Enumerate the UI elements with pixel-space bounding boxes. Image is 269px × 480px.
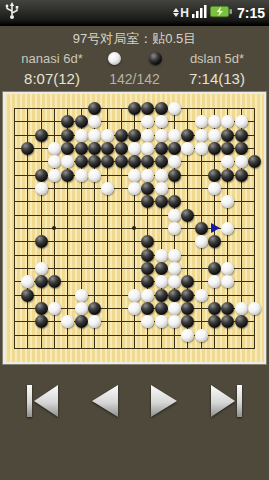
white-stone-icon [108,52,121,65]
black-stone: ● [88,102,101,115]
white-stone: ● [75,302,88,315]
white-stone: ● [141,315,154,328]
white-stone: ● [168,209,181,222]
star-point [52,226,56,230]
signal-strength-icon [192,4,207,22]
black-stone: ● [155,102,168,115]
white-stone: ● [168,222,181,235]
white-stone: ● [155,129,168,142]
black-stone: ● [21,289,34,302]
white-stone: ● [88,169,101,182]
white-stone: ● [221,155,234,168]
black-stone: ● [88,302,101,315]
black-stone: ● [115,129,128,142]
black-stone: ● [155,302,168,315]
black-stone: ● [235,142,248,155]
black-stone: ● [221,142,234,155]
hspa-data-icon: H [173,6,189,20]
black-stone: ● [208,262,221,275]
white-stone: ● [35,262,48,275]
white-stone: ● [235,155,248,168]
black-stone: ● [35,275,48,288]
black-stone: ● [35,302,48,315]
black-stone: ● [141,182,154,195]
white-stone: ● [181,329,194,342]
white-stone: ● [195,289,208,302]
black-stone: ● [168,289,181,302]
white-stone: ● [48,142,61,155]
black-stone: ● [221,315,234,328]
white-stone: ● [128,289,141,302]
black-stone: ● [75,315,88,328]
white-player-name: nanasi 6d* [6,51,98,66]
previous-move-button[interactable] [84,381,124,421]
black-stone: ● [48,275,61,288]
white-stone: ● [48,302,61,315]
black-stone: ● [141,275,154,288]
white-stone: ● [155,315,168,328]
white-stone: ● [141,115,154,128]
black-stone: ● [221,129,234,142]
black-stone: ● [128,129,141,142]
black-stone: ● [115,155,128,168]
white-stone: ● [248,302,261,315]
black-stone: ● [168,142,181,155]
black-stone: ● [168,195,181,208]
white-stone: ● [195,115,208,128]
white-player-clock: 8:07(12) [6,70,98,87]
white-stone: ● [101,182,114,195]
white-stone: ● [221,262,234,275]
white-stone: ● [208,129,221,142]
white-stone: ● [141,129,154,142]
star-point [132,226,136,230]
white-stone: ● [141,289,154,302]
black-stone: ● [235,315,248,328]
black-stone: ● [21,142,34,155]
white-stone: ● [128,142,141,155]
white-stone: ● [35,182,48,195]
black-stone: ● [35,169,48,182]
black-stone: ● [141,195,154,208]
usb-icon [4,2,20,24]
black-stone: ● [75,115,88,128]
white-stone: ● [128,302,141,315]
white-stone: ● [168,302,181,315]
black-stone: ● [195,222,208,235]
black-stone: ● [35,129,48,142]
black-stone: ● [155,155,168,168]
white-stone: ● [168,249,181,262]
go-board[interactable]: ●●●●●●●●●●●●●●●●●●●●●●●●●●●●●●●●●●●●●●●●… [3,92,266,364]
black-stone: ● [141,235,154,248]
black-stone: ● [155,142,168,155]
replay-controls [0,381,269,421]
status-time: 7:15 [237,5,265,21]
white-stone: ● [168,315,181,328]
black-stone: ● [101,142,114,155]
white-stone: ● [208,115,221,128]
black-stone: ● [208,142,221,155]
black-stone: ● [141,262,154,275]
black-stone: ● [61,169,74,182]
black-stone: ● [221,169,234,182]
white-stone: ● [88,129,101,142]
white-stone: ● [155,115,168,128]
black-stone: ● [208,302,221,315]
black-stone: ● [115,142,128,155]
white-stone: ● [128,169,141,182]
white-stone: ● [168,155,181,168]
room-title: 97号对局室：贴0.5目 [0,29,269,48]
black-stone: ● [235,129,248,142]
white-stone: ● [195,129,208,142]
white-stone: ● [221,195,234,208]
white-stone: ● [155,169,168,182]
white-stone: ● [155,249,168,262]
white-stone: ● [195,235,208,248]
white-stone: ● [61,315,74,328]
black-stone: ● [235,169,248,182]
white-stone: ● [235,115,248,128]
board-lines: ●●●●●●●●●●●●●●●●●●●●●●●●●●●●●●●●●●●●●●●●… [14,108,255,349]
black-stone: ● [141,155,154,168]
next-move-button[interactable] [145,381,185,421]
white-stone: ● [221,115,234,128]
black-stone: ● [61,115,74,128]
white-stone: ● [141,142,154,155]
white-stone: ● [48,155,61,168]
white-stone: ● [195,329,208,342]
black-stone: ● [141,102,154,115]
black-stone: ● [181,129,194,142]
black-stone: ● [141,302,154,315]
black-player-name: dslan 5d* [171,51,263,66]
black-stone: ● [88,142,101,155]
black-stone: ● [208,169,221,182]
white-stone: ● [208,275,221,288]
black-stone: ● [208,235,221,248]
last-move-marker-icon [211,223,220,233]
last-move-button[interactable] [205,381,249,421]
white-stone: ● [88,115,101,128]
white-stone: ● [101,129,114,142]
black-stone: ● [181,209,194,222]
white-stone: ● [221,222,234,235]
black-stone: ● [155,195,168,208]
black-stone: ● [181,275,194,288]
white-stone: ● [195,142,208,155]
black-stone: ● [181,302,194,315]
white-stone: ● [128,182,141,195]
white-stone: ● [21,275,34,288]
black-stone: ● [248,155,261,168]
move-counter: 142/142 [98,71,171,87]
black-stone: ● [181,289,194,302]
black-stone: ● [208,315,221,328]
white-stone: ● [75,129,88,142]
white-stone: ● [61,155,74,168]
black-stone: ● [168,169,181,182]
black-stone: ● [61,142,74,155]
white-stone: ● [235,302,248,315]
black-stone: ● [35,235,48,248]
white-stone: ● [168,275,181,288]
black-stone-icon [149,52,162,65]
white-stone: ● [208,182,221,195]
white-stone: ● [75,289,88,302]
black-stone: ● [128,155,141,168]
battery-charging-icon [210,4,232,22]
white-stone: ● [168,129,181,142]
black-stone: ● [221,302,234,315]
first-move-button[interactable] [20,381,64,421]
white-stone: ● [181,142,194,155]
white-stone: ● [155,182,168,195]
black-stone: ● [181,315,194,328]
black-player-clock: 7:14(13) [171,70,263,87]
black-stone: ● [155,289,168,302]
white-stone: ● [141,169,154,182]
white-stone: ● [168,102,181,115]
white-stone: ● [155,275,168,288]
white-stone: ● [168,262,181,275]
black-stone: ● [88,155,101,168]
game-header: 97号对局室：贴0.5目 nanasi 6d* dslan 5d* 8:07(1… [0,26,269,89]
white-stone: ● [75,169,88,182]
black-stone: ● [61,129,74,142]
white-stone: ● [221,275,234,288]
black-stone: ● [128,102,141,115]
black-stone: ● [155,262,168,275]
white-stone: ● [48,169,61,182]
status-bar: H 7:15 [0,0,269,26]
white-stone: ● [88,315,101,328]
black-stone: ● [101,155,114,168]
black-stone: ● [75,142,88,155]
black-stone: ● [141,249,154,262]
black-stone: ● [75,155,88,168]
black-stone: ● [35,315,48,328]
